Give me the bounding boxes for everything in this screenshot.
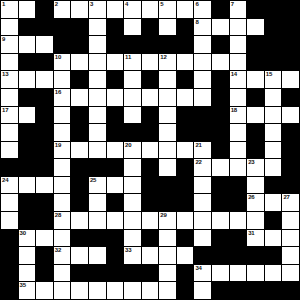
crossword-cell[interactable]: 11 [124, 54, 141, 71]
crossword-cell [36, 142, 53, 159]
crossword-cell [265, 54, 282, 71]
crossword-cell[interactable]: 15 [265, 71, 282, 88]
crossword-cell [177, 177, 194, 194]
crossword-cell[interactable] [247, 19, 264, 36]
crossword-cell[interactable] [194, 36, 211, 53]
crossword-cell [230, 247, 247, 264]
crossword-cell[interactable] [194, 54, 211, 71]
clue-number: 2 [55, 1, 58, 8]
crossword-cell [1, 230, 18, 247]
clue-number: 34 [195, 265, 201, 272]
crossword-cell[interactable] [212, 54, 229, 71]
crossword-cell [142, 19, 159, 36]
crossword-cell[interactable] [159, 142, 176, 159]
crossword-cell[interactable] [265, 265, 282, 282]
clue-number: 13 [2, 71, 8, 78]
crossword-cell[interactable]: 3 [89, 1, 106, 18]
clue-number: 4 [125, 1, 128, 8]
crossword-cell [265, 212, 282, 229]
crossword-cell[interactable] [212, 265, 229, 282]
crossword-cell [212, 247, 229, 264]
crossword-cell[interactable] [212, 212, 229, 229]
clue-number: 16 [55, 89, 61, 96]
crossword-cell[interactable] [89, 142, 106, 159]
crossword-cell[interactable]: 12 [159, 54, 176, 71]
clue-number: 18 [231, 107, 237, 114]
crossword-cell[interactable] [124, 89, 141, 106]
crossword-cell [19, 212, 36, 229]
crossword-cell[interactable]: 24 [1, 177, 18, 194]
crossword-cell [71, 177, 88, 194]
crossword-cell[interactable]: 13 [1, 71, 18, 88]
crossword-cell [36, 54, 53, 71]
crossword-cell[interactable] [142, 89, 159, 106]
clue-number: 22 [195, 159, 201, 166]
crossword-cell[interactable] [71, 54, 88, 71]
crossword-cell[interactable] [159, 265, 176, 282]
crossword-cell [54, 19, 71, 36]
crossword-cell[interactable] [230, 124, 247, 141]
crossword-cell[interactable] [194, 71, 211, 88]
crossword-cell[interactable] [230, 265, 247, 282]
crossword-cell [282, 89, 299, 106]
crossword-cell [36, 194, 53, 211]
crossword-grid: 1234567891011121314151617181920212223242… [0, 0, 300, 300]
crossword-cell[interactable]: 23 [247, 159, 264, 176]
crossword-cell [247, 124, 264, 141]
crossword-cell[interactable] [19, 265, 36, 282]
crossword-cell[interactable] [71, 212, 88, 229]
crossword-cell[interactable] [89, 36, 106, 53]
crossword-cell[interactable] [71, 282, 88, 299]
crossword-cell[interactable] [247, 71, 264, 88]
crossword-cell[interactable] [194, 282, 211, 299]
crossword-cell[interactable] [71, 247, 88, 264]
crossword-cell[interactable] [89, 54, 106, 71]
crossword-cell[interactable] [107, 89, 124, 106]
crossword-cell [142, 194, 159, 211]
crossword-cell [282, 19, 299, 36]
crossword-cell[interactable] [36, 282, 53, 299]
crossword-cell [159, 177, 176, 194]
crossword-cell[interactable]: 33 [124, 247, 141, 264]
crossword-cell[interactable] [142, 54, 159, 71]
crossword-cell [212, 71, 229, 88]
crossword-cell[interactable] [142, 212, 159, 229]
crossword-cell[interactable] [54, 124, 71, 141]
crossword-cell [71, 124, 88, 141]
crossword-cell[interactable]: 31 [247, 230, 264, 247]
crossword-cell[interactable] [36, 36, 53, 53]
crossword-cell[interactable] [1, 124, 18, 141]
crossword-cell[interactable] [54, 107, 71, 124]
crossword-cell[interactable] [124, 282, 141, 299]
crossword-cell[interactable] [54, 230, 71, 247]
crossword-cell[interactable] [1, 194, 18, 211]
crossword-cell[interactable]: 5 [159, 1, 176, 18]
crossword-cell[interactable]: 9 [1, 36, 18, 53]
crossword-cell [177, 282, 194, 299]
crossword-cell [36, 89, 53, 106]
clue-number: 1 [2, 1, 5, 8]
crossword-cell [159, 194, 176, 211]
crossword-cell[interactable] [230, 89, 247, 106]
crossword-cell [71, 71, 88, 88]
crossword-cell [89, 159, 106, 176]
crossword-cell [212, 36, 229, 53]
crossword-cell[interactable] [71, 1, 88, 18]
crossword-cell[interactable] [107, 142, 124, 159]
crossword-cell [282, 282, 299, 299]
crossword-cell [19, 89, 36, 106]
crossword-cell[interactable]: 27 [282, 194, 299, 211]
crossword-cell [142, 71, 159, 88]
crossword-cell[interactable] [194, 177, 211, 194]
crossword-cell[interactable] [124, 194, 141, 211]
crossword-cell[interactable] [107, 54, 124, 71]
crossword-cell[interactable] [265, 159, 282, 176]
crossword-cell [230, 177, 247, 194]
clue-number: 30 [20, 230, 26, 237]
crossword-cell[interactable] [54, 194, 71, 211]
crossword-cell [107, 124, 124, 141]
crossword-cell [107, 107, 124, 124]
crossword-cell [265, 19, 282, 36]
crossword-cell [177, 107, 194, 124]
crossword-cell[interactable] [247, 107, 264, 124]
crossword-cell[interactable] [89, 89, 106, 106]
crossword-cell [282, 142, 299, 159]
clue-number: 31 [248, 230, 254, 237]
crossword-cell[interactable] [1, 212, 18, 229]
crossword-cell[interactable]: 35 [19, 282, 36, 299]
crossword-cell [142, 159, 159, 176]
crossword-cell[interactable] [282, 71, 299, 88]
crossword-cell[interactable] [177, 247, 194, 264]
crossword-cell[interactable]: 7 [230, 1, 247, 18]
crossword-cell[interactable]: 19 [54, 142, 71, 159]
crossword-cell[interactable] [230, 36, 247, 53]
crossword-cell [159, 36, 176, 53]
crossword-cell[interactable] [265, 230, 282, 247]
clue-number: 11 [125, 54, 131, 61]
crossword-cell [265, 282, 282, 299]
crossword-cell [247, 36, 264, 53]
crossword-cell [1, 265, 18, 282]
crossword-cell[interactable] [247, 265, 264, 282]
crossword-cell[interactable] [19, 71, 36, 88]
crossword-cell[interactable] [107, 212, 124, 229]
crossword-cell[interactable]: 10 [54, 54, 71, 71]
crossword-cell [142, 265, 159, 282]
crossword-cell[interactable]: 22 [194, 159, 211, 176]
clue-number: 12 [160, 54, 166, 61]
crossword-cell [265, 36, 282, 53]
crossword-cell [282, 36, 299, 53]
crossword-cell[interactable] [265, 89, 282, 106]
crossword-cell[interactable] [159, 247, 176, 264]
crossword-cell[interactable]: 20 [124, 142, 141, 159]
crossword-cell[interactable] [194, 230, 211, 247]
crossword-cell[interactable] [230, 54, 247, 71]
clue-number: 24 [2, 177, 8, 184]
crossword-cell [282, 1, 299, 18]
crossword-cell [212, 1, 229, 18]
crossword-cell[interactable] [230, 142, 247, 159]
crossword-cell[interactable] [107, 177, 124, 194]
crossword-cell [247, 1, 264, 18]
crossword-cell[interactable] [194, 89, 211, 106]
crossword-cell [36, 265, 53, 282]
crossword-cell [230, 230, 247, 247]
crossword-cell [247, 282, 264, 299]
crossword-cell [71, 107, 88, 124]
clue-number: 8 [195, 19, 198, 26]
crossword-cell[interactable]: 14 [230, 71, 247, 88]
crossword-cell[interactable]: 34 [194, 265, 211, 282]
crossword-cell[interactable] [1, 89, 18, 106]
crossword-cell[interactable] [159, 230, 176, 247]
clue-number: 33 [125, 247, 131, 254]
crossword-cell [212, 89, 229, 106]
crossword-cell[interactable] [142, 1, 159, 18]
crossword-cell [124, 36, 141, 53]
crossword-cell[interactable] [142, 142, 159, 159]
clue-number: 6 [195, 1, 198, 8]
crossword-cell [71, 159, 88, 176]
crossword-cell [142, 124, 159, 141]
clue-number: 14 [231, 71, 237, 78]
crossword-cell[interactable] [142, 282, 159, 299]
crossword-cell[interactable]: 8 [194, 19, 211, 36]
crossword-cell[interactable] [71, 89, 88, 106]
crossword-cell[interactable] [265, 124, 282, 141]
crossword-cell [212, 194, 229, 211]
crossword-cell [71, 36, 88, 53]
crossword-cell[interactable] [124, 159, 141, 176]
crossword-cell[interactable] [124, 177, 141, 194]
crossword-cell[interactable] [19, 107, 36, 124]
crossword-cell[interactable] [177, 89, 194, 106]
crossword-cell [282, 159, 299, 176]
crossword-cell[interactable] [19, 247, 36, 264]
crossword-cell[interactable] [282, 107, 299, 124]
crossword-cell[interactable] [159, 159, 176, 176]
crossword-cell[interactable] [124, 230, 141, 247]
crossword-cell[interactable] [36, 177, 53, 194]
crossword-cell[interactable] [194, 212, 211, 229]
crossword-cell[interactable] [212, 19, 229, 36]
crossword-cell[interactable]: 26 [247, 194, 264, 211]
crossword-cell [194, 247, 211, 264]
crossword-cell[interactable]: 30 [19, 230, 36, 247]
crossword-cell [36, 1, 53, 18]
crossword-cell[interactable] [19, 1, 36, 18]
crossword-cell [107, 230, 124, 247]
crossword-cell[interactable]: 21 [194, 142, 211, 159]
crossword-cell[interactable] [212, 159, 229, 176]
crossword-cell [282, 54, 299, 71]
crossword-cell [89, 230, 106, 247]
crossword-cell [142, 230, 159, 247]
crossword-cell[interactable] [54, 159, 71, 176]
crossword-cell[interactable]: 16 [54, 89, 71, 106]
crossword-cell [124, 124, 141, 141]
crossword-cell[interactable] [89, 71, 106, 88]
crossword-cell[interactable]: 25 [89, 177, 106, 194]
crossword-cell[interactable] [247, 177, 264, 194]
crossword-cell[interactable] [230, 19, 247, 36]
crossword-cell[interactable] [89, 124, 106, 141]
crossword-cell [177, 36, 194, 53]
crossword-cell [19, 54, 36, 71]
crossword-cell [36, 159, 53, 176]
crossword-cell [36, 19, 53, 36]
crossword-cell[interactable] [89, 107, 106, 124]
crossword-cell[interactable] [265, 107, 282, 124]
crossword-cell[interactable] [71, 142, 88, 159]
crossword-cell[interactable]: 18 [230, 107, 247, 124]
crossword-cell[interactable] [159, 107, 176, 124]
crossword-cell[interactable]: 28 [54, 212, 71, 229]
crossword-cell[interactable] [177, 142, 194, 159]
clue-number: 28 [55, 212, 61, 219]
crossword-cell [71, 194, 88, 211]
crossword-cell [19, 142, 36, 159]
crossword-cell[interactable] [159, 282, 176, 299]
crossword-cell [212, 107, 229, 124]
clue-number: 3 [90, 1, 93, 8]
crossword-cell [142, 177, 159, 194]
crossword-cell[interactable] [159, 89, 176, 106]
crossword-cell [36, 212, 53, 229]
crossword-cell[interactable]: 17 [1, 107, 18, 124]
crossword-cell[interactable] [159, 124, 176, 141]
clue-number: 35 [20, 282, 26, 289]
clue-number: 26 [248, 194, 254, 201]
crossword-cell [1, 159, 18, 176]
crossword-cell[interactable] [54, 282, 71, 299]
crossword-cell[interactable] [159, 19, 176, 36]
crossword-cell [247, 247, 264, 264]
crossword-cell [247, 54, 264, 71]
crossword-cell[interactable] [282, 230, 299, 247]
crossword-cell [107, 265, 124, 282]
clue-number: 5 [160, 1, 163, 8]
crossword-cell[interactable]: 1 [1, 1, 18, 18]
clue-number: 9 [2, 36, 5, 43]
crossword-cell [212, 177, 229, 194]
crossword-cell [71, 19, 88, 36]
crossword-cell [265, 247, 282, 264]
crossword-cell[interactable] [124, 212, 141, 229]
crossword-cell [194, 124, 211, 141]
crossword-cell [54, 36, 71, 53]
crossword-cell [247, 142, 264, 159]
crossword-cell[interactable] [54, 71, 71, 88]
crossword-cell[interactable] [89, 194, 106, 211]
crossword-cell [194, 107, 211, 124]
crossword-cell [177, 71, 194, 88]
crossword-cell[interactable] [177, 54, 194, 71]
crossword-cell [36, 247, 53, 264]
crossword-cell[interactable]: 4 [124, 1, 141, 18]
crossword-cell[interactable] [282, 247, 299, 264]
crossword-cell[interactable] [54, 177, 71, 194]
crossword-cell[interactable] [89, 282, 106, 299]
crossword-puzzle: 1234567891011121314151617181920212223242… [0, 0, 300, 300]
crossword-cell[interactable] [1, 19, 18, 36]
crossword-cell [265, 177, 282, 194]
crossword-cell[interactable]: 2 [54, 1, 71, 18]
crossword-cell [247, 89, 264, 106]
crossword-cell [282, 124, 299, 141]
clue-number: 15 [266, 71, 272, 78]
crossword-cell[interactable] [247, 212, 264, 229]
crossword-cell [265, 1, 282, 18]
crossword-cell [177, 124, 194, 141]
crossword-cell [1, 247, 18, 264]
crossword-cell[interactable] [265, 194, 282, 211]
crossword-cell[interactable] [282, 212, 299, 229]
crossword-cell[interactable] [194, 194, 211, 211]
crossword-cell [36, 124, 53, 141]
crossword-cell[interactable] [1, 142, 18, 159]
crossword-cell [71, 265, 88, 282]
crossword-cell[interactable] [89, 212, 106, 229]
crossword-cell [19, 19, 36, 36]
crossword-cell[interactable] [124, 71, 141, 88]
crossword-cell[interactable] [19, 36, 36, 53]
crossword-cell [177, 265, 194, 282]
clue-number: 20 [125, 142, 131, 149]
clue-number: 19 [55, 142, 61, 149]
crossword-cell[interactable]: 32 [54, 247, 71, 264]
crossword-cell[interactable] [265, 142, 282, 159]
crossword-cell [177, 19, 194, 36]
crossword-cell[interactable] [230, 212, 247, 229]
crossword-cell[interactable] [124, 19, 141, 36]
crossword-cell[interactable] [89, 247, 106, 264]
clue-number: 23 [248, 159, 254, 166]
crossword-cell [142, 36, 159, 53]
crossword-cell[interactable] [107, 1, 124, 18]
crossword-cell[interactable] [89, 19, 106, 36]
crossword-cell[interactable] [177, 1, 194, 18]
crossword-cell[interactable]: 6 [194, 1, 211, 18]
clue-number: 7 [231, 1, 234, 8]
crossword-cell [142, 107, 159, 124]
crossword-cell[interactable] [54, 265, 71, 282]
crossword-cell[interactable] [282, 265, 299, 282]
clue-number: 25 [90, 177, 96, 184]
crossword-cell[interactable] [230, 159, 247, 176]
crossword-cell[interactable] [177, 212, 194, 229]
crossword-cell[interactable] [36, 71, 53, 88]
crossword-cell [212, 142, 229, 159]
crossword-cell[interactable] [19, 177, 36, 194]
crossword-cell[interactable] [142, 247, 159, 264]
crossword-cell [19, 194, 36, 211]
crossword-cell[interactable] [107, 282, 124, 299]
crossword-cell [107, 194, 124, 211]
crossword-cell[interactable] [1, 54, 18, 71]
crossword-cell [230, 194, 247, 211]
crossword-cell[interactable]: 29 [159, 212, 176, 229]
crossword-cell[interactable] [159, 71, 176, 88]
crossword-cell[interactable] [124, 107, 141, 124]
crossword-cell[interactable] [36, 230, 53, 247]
